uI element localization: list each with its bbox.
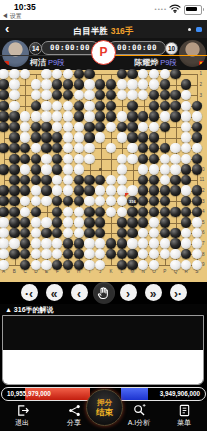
black-stone [0,164,9,174]
white-stone [170,154,180,164]
black-stone [9,207,19,217]
black-stone [9,185,19,195]
home-area [0,431,207,448]
player-bar: 14 10 00:00:00 00:00:00 P 柯洁P9段 陈耀烨P9段 [0,38,207,70]
status-time: 10:35 [14,2,36,12]
jump-to-end-button[interactable]: ›· [170,284,187,301]
white-stone [117,132,127,142]
black-stone [138,111,148,121]
black-stone [74,175,84,185]
white-stone [192,249,202,259]
black-stone [9,122,19,132]
white-stone [117,175,127,185]
cast-icon[interactable] [196,27,202,32]
black-stone [127,228,137,238]
move-nav-row: ·‹«‹›»›· [0,282,207,304]
white-stone [31,111,41,121]
white-stone [74,132,84,142]
black-stone [41,228,51,238]
white-stone [41,154,51,164]
black-stone [170,101,180,111]
black-stone [84,122,94,132]
white-stone [84,238,94,248]
black-rank-text: P9段 [48,58,65,67]
cellular-icon: •••• [155,6,167,12]
black-stone [63,238,73,248]
white-stone [84,154,94,164]
black-stone [63,79,73,89]
white-stone [170,260,180,270]
last-move-number: 316 [127,196,137,206]
black-stone [160,101,170,111]
white-stone [9,101,19,111]
page-title: 白目半胜 [74,26,108,36]
ai-analysis-button[interactable]: A.I分析 [122,404,156,428]
col-label: B [10,269,18,274]
white-stone [95,132,105,142]
white-stone [106,185,116,195]
white-stone [63,207,73,217]
row-label: 2 [200,82,203,87]
white-stone [20,132,30,142]
black-stone [117,69,127,79]
black-stone [52,217,62,227]
white-stone [192,228,202,238]
white-stone [63,111,73,121]
white-stone [149,79,159,89]
black-stone [170,228,180,238]
white-stone [160,238,170,248]
black-stone [41,185,51,195]
white-stone [160,154,170,164]
black-stone [74,111,84,121]
black-stone: 316 [127,196,137,206]
white-stone [9,79,19,89]
china-flag-icon [2,61,9,66]
black-stone [52,164,62,174]
black-stone [149,207,159,217]
black-name-text: 柯洁 [30,58,46,67]
black-stone [74,79,84,89]
black-stone [84,207,94,217]
white-stone [127,154,137,164]
col-label: K [107,269,115,274]
black-stone [31,164,41,174]
black-stone [95,79,105,89]
chevron-icon: » [150,287,157,301]
white-stone [63,217,73,227]
black-stone [117,228,127,238]
black-stone [74,69,84,79]
black-stone [31,122,41,132]
black-stone [192,185,202,195]
black-stone [106,238,116,248]
black-stone [192,101,202,111]
black-stone [106,79,116,89]
white-stone [192,143,202,153]
black-stone [127,111,137,121]
white-stone [74,122,84,132]
black-stone [20,238,30,248]
white-stone [192,260,202,270]
battery-icon [184,5,202,15]
black-stone [149,132,159,142]
white-stone [0,217,9,227]
white-stone [117,207,127,217]
toolbar-label: 退出 [5,418,39,428]
white-stone [74,228,84,238]
white-stone [0,238,9,248]
white-captures-badge: 10 [165,42,178,55]
white-stone [9,238,19,248]
black-stone [84,185,94,195]
black-stone [95,217,105,227]
fast-rewind-button[interactable]: « [46,284,63,301]
white-stone [31,79,41,89]
black-stone [170,238,180,248]
col-label: P [161,269,169,274]
chevron-icon: › [126,287,130,301]
white-stone [192,111,202,121]
white-stone [117,79,127,89]
white-stone [52,111,62,121]
black-captures-badge: 14 [29,42,42,55]
black-stone [192,154,202,164]
white-stone [84,196,94,206]
black-stone [41,122,51,132]
white-stone [41,260,51,270]
pointer-mode-button[interactable] [93,282,115,304]
black-stone [9,154,19,164]
chevron-icon: ·‹ [25,287,33,301]
white-stone [63,154,73,164]
white-stone [84,90,94,100]
white-stone [41,69,51,79]
white-stone [9,69,19,79]
black-stone [127,249,137,259]
black-stone [20,217,30,227]
white-stone [160,175,170,185]
black-stone [192,207,202,217]
bet-left-value: 10,955,979,000 [7,388,51,400]
commentary-body [2,315,204,385]
white-stone [170,143,180,153]
black-stone [0,111,9,121]
black-stone [9,132,19,142]
black-stone [20,185,30,195]
black-stone [149,101,159,111]
black-stone [9,249,19,259]
black-stone [74,260,84,270]
black-stone [170,175,180,185]
bet-button-top-text: 押分 [97,399,112,407]
bet-button-bottom-text: 结束 [96,407,113,417]
white-stone [138,164,148,174]
black-stone [127,260,137,270]
jump-to-start-button[interactable]: ·‹ [21,284,38,301]
white-stone [84,111,94,121]
exit-icon [5,404,39,417]
black-stone [41,175,51,185]
black-stone [127,217,137,227]
black-stone [170,207,180,217]
black-stone [181,164,191,174]
black-stone [41,143,51,153]
white-stone [41,238,51,248]
black-player-name: 柯洁P9段 [30,57,65,68]
white-rank-text: P9段 [160,58,177,67]
row-label: 1 [200,71,203,76]
white-stone [9,90,19,100]
white-stone [41,164,51,174]
white-stone [117,164,127,174]
black-stone [20,154,30,164]
black-stone [0,79,9,89]
white-stone [84,249,94,259]
white-stone [127,79,137,89]
white-stone [0,69,9,79]
white-stone [41,217,51,227]
move-count: 316手 [111,26,134,36]
black-stone [127,207,137,217]
black-stone [9,196,19,206]
white-stone [127,90,137,100]
white-stone [41,196,51,206]
black-stone [181,79,191,89]
black-stone [74,185,84,195]
chevron-icon: « [51,287,58,301]
black-stone [84,69,94,79]
black-stone [170,69,180,79]
china-flag-icon [199,61,206,66]
black-stone [138,132,148,142]
black-stone [170,111,180,121]
black-stone [84,217,94,227]
black-stone [160,122,170,132]
black-stone [31,132,41,142]
black-stone [0,207,9,217]
black-stone [63,260,73,270]
black-stone [31,175,41,185]
black-stone [117,122,127,132]
white-stone [84,260,94,270]
white-stone [31,260,41,270]
white-stone [20,111,30,121]
black-stone [9,217,19,227]
black-stone [149,154,159,164]
chevron-icon: ›· [174,287,182,301]
white-stone [41,79,51,89]
black-stone [9,175,19,185]
menu-icon [167,404,201,417]
black-stone [149,111,159,121]
black-stone [170,90,180,100]
black-stone [74,238,84,248]
white-player-avatar[interactable] [179,40,206,67]
black-stone [192,132,202,142]
white-stone [63,132,73,142]
white-stone [63,164,73,174]
white-stone [138,79,148,89]
white-clock: 00:00:00 [108,41,166,55]
bet-right-value: 3,949,906,000 [160,388,200,400]
white-stone [192,238,202,248]
white-stone [106,207,116,217]
black-stone [84,132,94,142]
white-stone [84,143,94,153]
bet-ended-button[interactable]: 押分 结束 [86,389,123,426]
black-stone [9,143,19,153]
white-player-name: 陈耀烨P9段 [134,57,177,68]
black-stone [127,101,137,111]
black-stone [9,164,19,174]
black-stone [0,101,9,111]
go-board[interactable]: 316ABCDEFGHIJKLMNOPQRS123456789101112131… [0,70,207,282]
black-stone [41,132,51,142]
white-stone [84,79,94,89]
black-stone [31,101,41,111]
row-label: 3 [200,93,203,98]
step-forward-button[interactable]: › [120,284,137,301]
black-stone [0,185,9,195]
fast-forward-button[interactable]: » [145,284,162,301]
black-stone [117,238,127,248]
white-stone [181,238,191,248]
white-stone [149,260,159,270]
black-stone [0,122,9,132]
commentary-header[interactable]: ▲ 316手的解说 [0,304,207,315]
white-stone [127,238,137,248]
white-stone [127,143,137,153]
white-stone [181,132,191,142]
black-stone [170,185,180,195]
white-stone [31,217,41,227]
black-stone [9,111,19,121]
black-stone [160,185,170,195]
black-stone [84,175,94,185]
white-stone [74,164,84,174]
white-stone [0,260,9,270]
white-stone [41,249,51,259]
black-stone [181,217,191,227]
white-stone [74,207,84,217]
black-player-avatar[interactable] [2,40,29,67]
white-stone [117,154,127,164]
step-back-button[interactable]: ‹ [71,284,88,301]
white-stone [160,69,170,79]
status-bar: 10:35 ◀ 设置 •••• [0,0,207,20]
pass-indicator: P [91,40,116,65]
black-stone [138,217,148,227]
white-stone [63,101,73,111]
turn-progress-bar [103,55,207,57]
black-stone [127,132,137,142]
white-stone [41,101,51,111]
chevron-icon: ‹ [77,287,81,301]
black-stone [106,111,116,121]
white-stone [0,228,9,238]
black-stone [149,185,159,195]
star-point [99,168,102,171]
black-stone [127,122,137,132]
wifi-icon [169,4,181,13]
white-stone [41,111,51,121]
white-stone [149,238,159,248]
menu-button[interactable]: 菜单 [167,404,201,428]
white-stone [74,217,84,227]
last-move-marker-icon [125,193,129,197]
black-stone [192,164,202,174]
white-stone [181,111,191,121]
black-stone [9,228,19,238]
black-stone [31,207,41,217]
bet-gauge-blue-bar [121,388,148,400]
white-stone [41,90,51,100]
toolbar-label: 菜单 [167,418,201,428]
row-label: 11 [200,177,205,182]
white-stone [149,164,159,174]
black-stone [95,111,105,121]
white-stone [160,111,170,121]
white-stone [31,185,41,195]
black-stone [160,217,170,227]
white-stone [31,228,41,238]
black-stone [84,228,94,238]
ai-icon [122,404,156,417]
white-stone [117,111,127,121]
white-stone [63,185,73,195]
black-stone [117,260,127,270]
toolbar-label: 分享 [57,418,91,428]
title-wrap: 白目半胜316手 [0,20,207,38]
black-stone [31,154,41,164]
black-stone [160,228,170,238]
black-stone [160,207,170,217]
white-stone [74,154,84,164]
black-stone [74,101,84,111]
black-stone [106,101,116,111]
white-stone [192,217,202,227]
black-stone [127,69,137,79]
white-stone [84,101,94,111]
white-stone [31,238,41,248]
black-stone [117,217,127,227]
white-stone [160,164,170,174]
toolbar-label: A.I分析 [122,418,156,428]
black-stone [192,196,202,206]
record-dot-icon [188,28,191,31]
black-stone [160,79,170,89]
black-stone [192,122,202,132]
white-stone [20,164,30,174]
exit-button[interactable]: 退出 [5,404,39,428]
white-stone [170,249,180,259]
white-stone [149,217,159,227]
white-name-text: 陈耀烨 [134,58,158,67]
black-stone [138,185,148,195]
app-header: ‹ 白目半胜316手 [0,20,207,38]
white-stone [181,185,191,195]
white-stone [170,164,180,174]
